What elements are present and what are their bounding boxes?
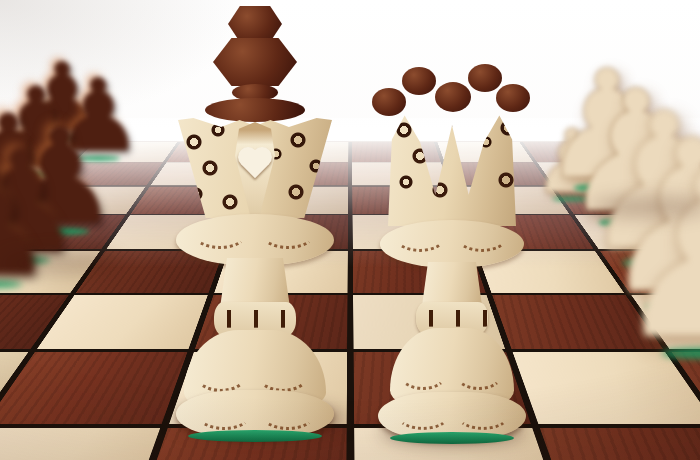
chess-set-photo: ♟ ♟ ♟ ♟ ♟ ♟ ♟ ♟ ♟ ♟ ♟ ♟ ♟: [0, 0, 700, 460]
king-felt-pad: [188, 430, 322, 442]
king-stem: [220, 258, 290, 308]
queen-stem: [422, 262, 482, 306]
queen-crown: [388, 106, 516, 226]
king-heart-cutout: [238, 144, 272, 178]
white-king-piece: [170, 6, 338, 442]
white-pawns-shadow: [590, 196, 700, 218]
white-pawn: ♟: [609, 142, 700, 372]
queen-crown-ball: [372, 88, 406, 116]
king-cross-finial: [228, 6, 282, 42]
board-square-light: [0, 428, 161, 460]
queen-crown-ball: [402, 67, 436, 95]
queen-crown-ball: [468, 64, 502, 92]
queen-crown-ball: [435, 82, 471, 112]
black-pawns-shadow: [0, 250, 120, 276]
queen-felt-pad: [390, 432, 514, 444]
queen-crown-ball: [496, 84, 530, 112]
board-square-dark: [539, 428, 700, 460]
board-square-dark: [0, 352, 188, 424]
king-finial-disc: [205, 98, 305, 122]
queen-collar: [380, 220, 524, 268]
king-cross-finial: [213, 38, 297, 86]
white-queen-piece: [376, 62, 528, 446]
